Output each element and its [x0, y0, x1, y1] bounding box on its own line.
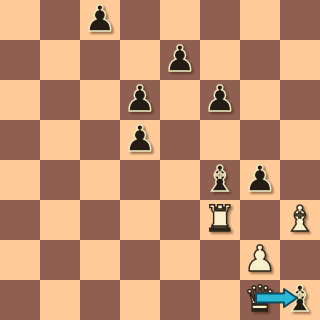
square-a7[interactable]: [0, 40, 40, 80]
square-g2[interactable]: ♟: [240, 240, 280, 280]
square-e1[interactable]: [160, 280, 200, 320]
square-f5[interactable]: [200, 120, 240, 160]
square-h3[interactable]: ♝: [280, 200, 320, 240]
white-bishop[interactable]: ♝: [284, 199, 316, 239]
square-h4[interactable]: [280, 160, 320, 200]
square-a8[interactable]: [0, 0, 40, 40]
square-d4[interactable]: [120, 160, 160, 200]
square-g8[interactable]: [240, 0, 280, 40]
square-f6[interactable]: ♟: [200, 80, 240, 120]
square-a3[interactable]: [0, 200, 40, 240]
black-pawn[interactable]: ♟: [244, 159, 276, 199]
square-b1[interactable]: [40, 280, 80, 320]
square-f2[interactable]: [200, 240, 240, 280]
square-c5[interactable]: [80, 120, 120, 160]
square-h6[interactable]: [280, 80, 320, 120]
square-b8[interactable]: [40, 0, 80, 40]
chess-board: ♟♟♟♟♟♝♟♜♝♟♛♝: [0, 0, 320, 320]
square-g3[interactable]: [240, 200, 280, 240]
square-a2[interactable]: [0, 240, 40, 280]
black-pawn[interactable]: ♟: [124, 79, 156, 119]
square-g5[interactable]: [240, 120, 280, 160]
square-b4[interactable]: [40, 160, 80, 200]
square-c4[interactable]: [80, 160, 120, 200]
square-h2[interactable]: [280, 240, 320, 280]
black-bishop[interactable]: ♝: [204, 159, 236, 199]
square-g1[interactable]: ♛: [240, 280, 280, 320]
white-pawn[interactable]: ♟: [244, 239, 276, 279]
square-g7[interactable]: [240, 40, 280, 80]
square-e5[interactable]: [160, 120, 200, 160]
black-pawn[interactable]: ♟: [124, 119, 156, 159]
square-e6[interactable]: [160, 80, 200, 120]
square-f3[interactable]: ♜: [200, 200, 240, 240]
square-c8[interactable]: ♟: [80, 0, 120, 40]
square-b5[interactable]: [40, 120, 80, 160]
square-d8[interactable]: [120, 0, 160, 40]
square-c3[interactable]: [80, 200, 120, 240]
square-e7[interactable]: ♟: [160, 40, 200, 80]
square-h7[interactable]: [280, 40, 320, 80]
square-b2[interactable]: [40, 240, 80, 280]
square-d2[interactable]: [120, 240, 160, 280]
white-rook[interactable]: ♜: [204, 199, 236, 239]
square-h5[interactable]: [280, 120, 320, 160]
square-c6[interactable]: [80, 80, 120, 120]
square-a6[interactable]: [0, 80, 40, 120]
white-queen[interactable]: ♛: [244, 279, 276, 319]
square-d5[interactable]: ♟: [120, 120, 160, 160]
square-f8[interactable]: [200, 0, 240, 40]
square-e2[interactable]: [160, 240, 200, 280]
square-f4[interactable]: ♝: [200, 160, 240, 200]
square-a4[interactable]: [0, 160, 40, 200]
square-d7[interactable]: [120, 40, 160, 80]
black-pawn[interactable]: ♟: [164, 39, 196, 79]
square-e8[interactable]: [160, 0, 200, 40]
square-f7[interactable]: [200, 40, 240, 80]
square-g4[interactable]: ♟: [240, 160, 280, 200]
black-pawn[interactable]: ♟: [204, 79, 236, 119]
square-f1[interactable]: [200, 280, 240, 320]
square-b6[interactable]: [40, 80, 80, 120]
black-bishop[interactable]: ♝: [284, 279, 316, 319]
square-d1[interactable]: [120, 280, 160, 320]
square-e4[interactable]: [160, 160, 200, 200]
square-h1[interactable]: ♝: [280, 280, 320, 320]
black-pawn[interactable]: ♟: [84, 0, 116, 39]
square-c7[interactable]: [80, 40, 120, 80]
square-e3[interactable]: [160, 200, 200, 240]
square-a5[interactable]: [0, 120, 40, 160]
square-d6[interactable]: ♟: [120, 80, 160, 120]
square-g6[interactable]: [240, 80, 280, 120]
square-c1[interactable]: [80, 280, 120, 320]
square-d3[interactable]: [120, 200, 160, 240]
square-h8[interactable]: [280, 0, 320, 40]
square-b7[interactable]: [40, 40, 80, 80]
square-b3[interactable]: [40, 200, 80, 240]
square-c2[interactable]: [80, 240, 120, 280]
square-a1[interactable]: [0, 280, 40, 320]
